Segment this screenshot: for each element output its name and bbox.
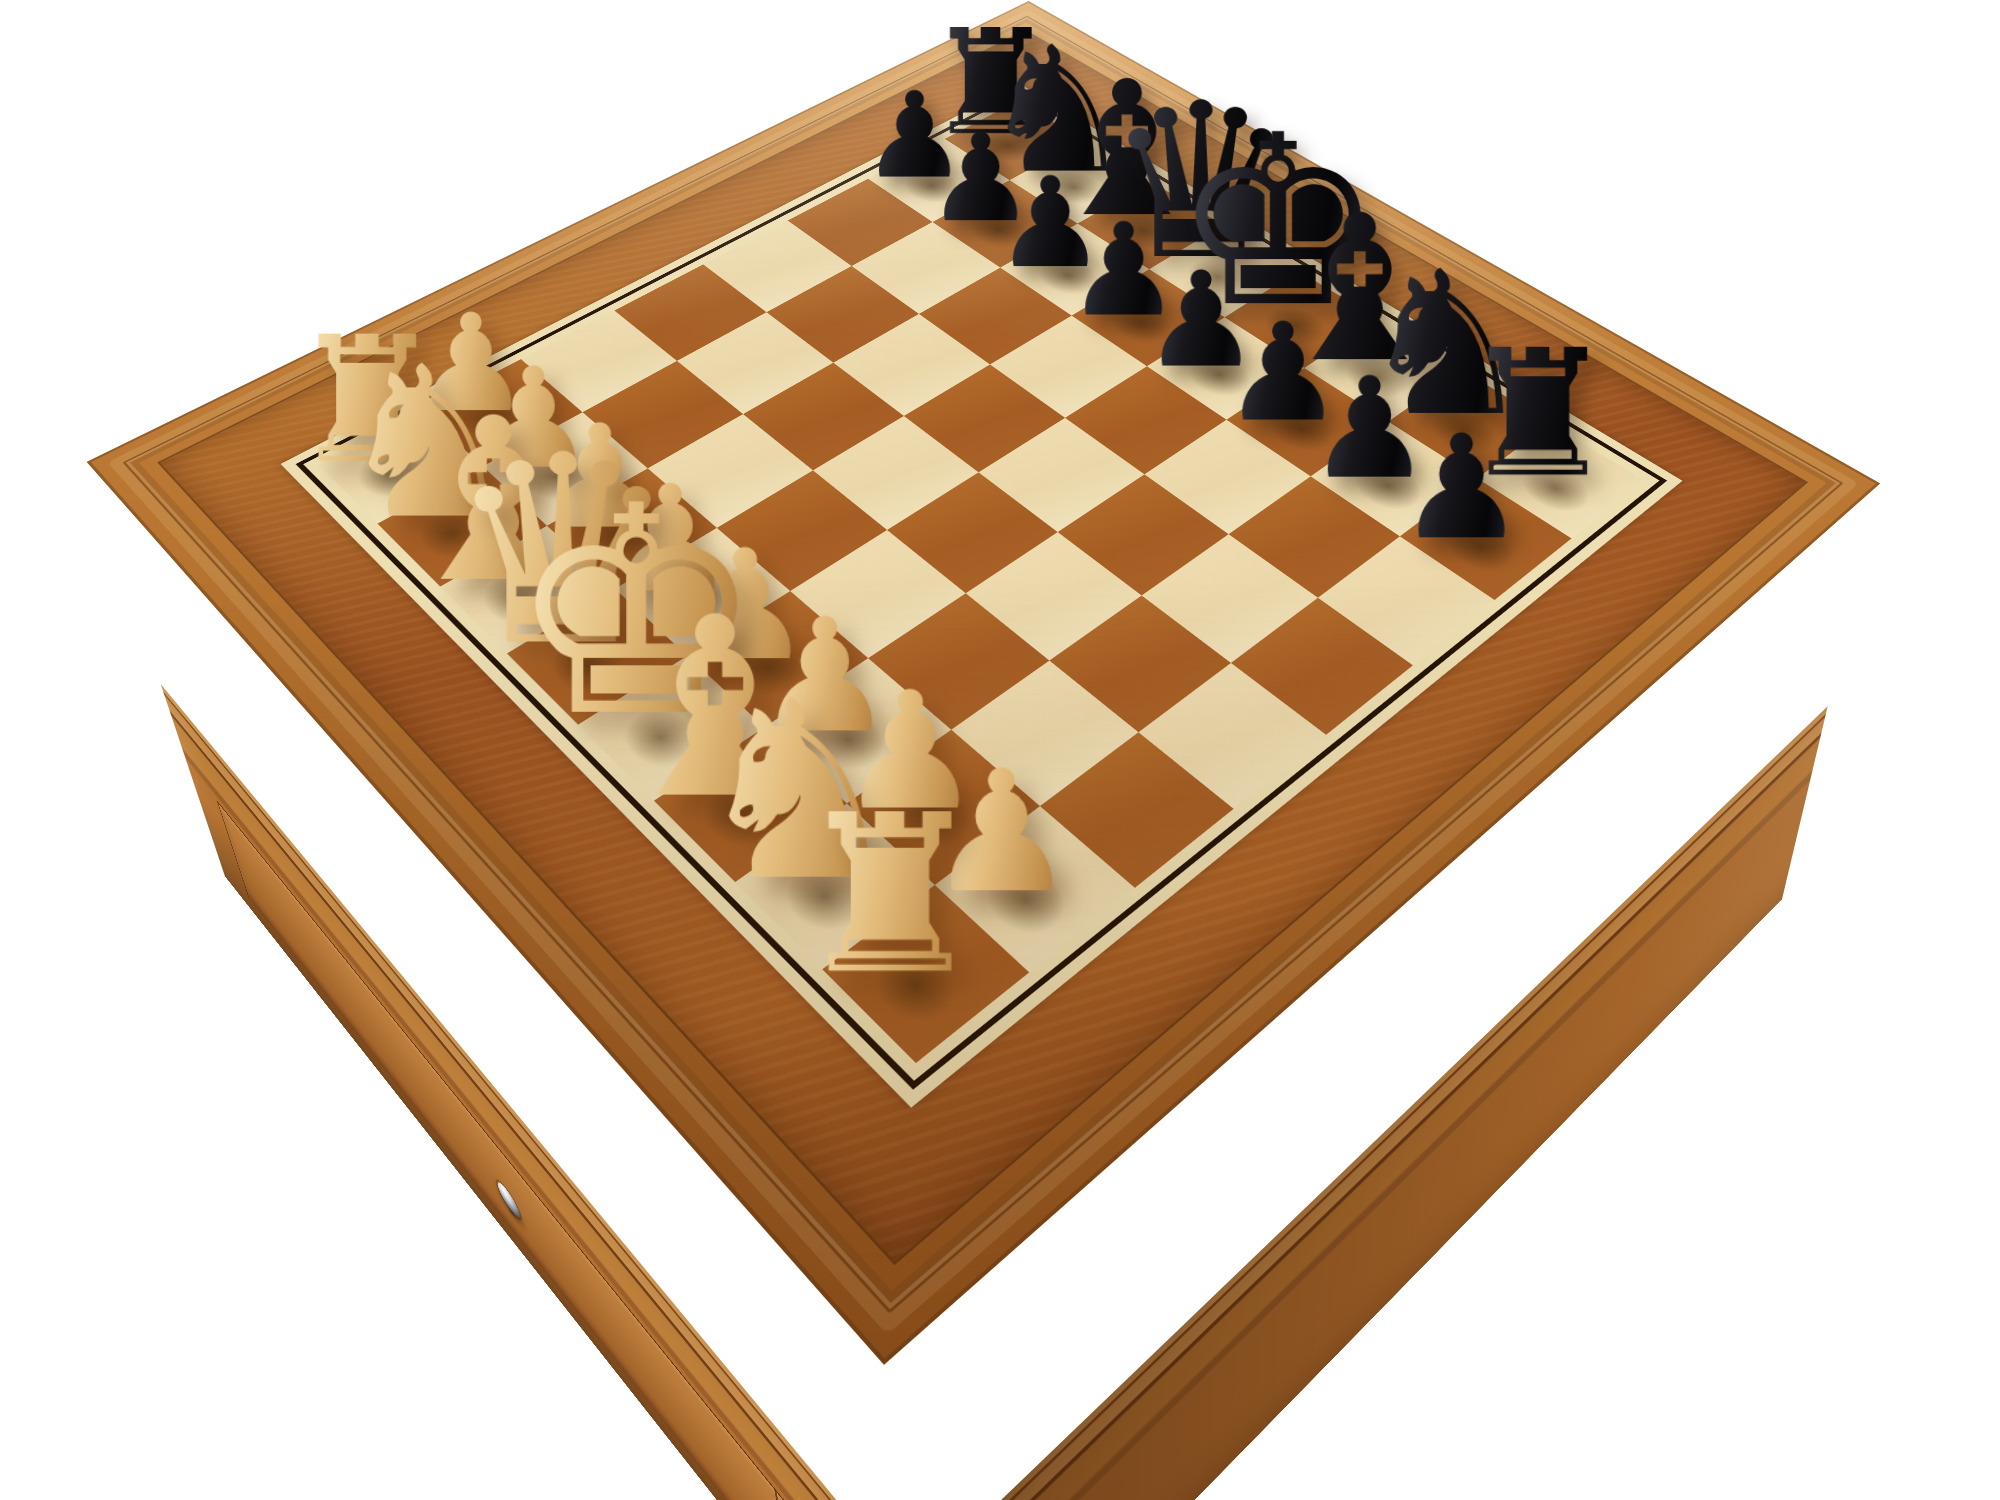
drawer-seam — [774, 1488, 823, 1500]
chess-box: ♜♞♝♛♚♝♞♜♟♟♟♟♟♟♟♟♟♟♟♟♟♟♟♟♜♞♝♛♚♝♞♜ — [161, 200, 1828, 1500]
black-pawn-icon: ♟ — [1397, 420, 1526, 556]
scene: ♜♞♝♛♚♝♞♜♟♟♟♟♟♟♟♟♟♟♟♟♟♟♟♟♜♞♝♛♚♝♞♜ — [0, 0, 2000, 1500]
photo-stage: ♜♞♝♛♚♝♞♜♟♟♟♟♟♟♟♟♟♟♟♟♟♟♟♟♜♞♝♛♚♝♞♜ — [0, 0, 2000, 1500]
white-rook-icon: ♜ — [792, 792, 987, 999]
box-top-face: ♜♞♝♛♚♝♞♜♟♟♟♟♟♟♟♟♟♟♟♟♟♟♟♟♜♞♝♛♚♝♞♜ — [86, 1, 1880, 1365]
drawer-knob — [495, 1175, 522, 1224]
